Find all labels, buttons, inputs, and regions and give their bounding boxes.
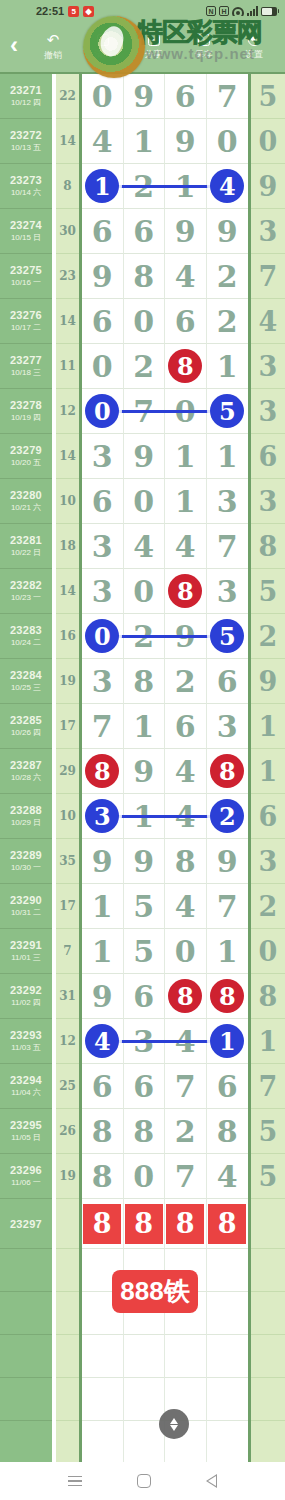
count-cell xyxy=(56,1378,79,1421)
digit-cell[interactable]: 2 xyxy=(207,254,249,299)
tail-digit-cell: 7 xyxy=(251,1064,285,1109)
digit-cell[interactable]: 1 xyxy=(207,1019,249,1064)
issue-cell: 2328710/28 六 xyxy=(0,749,52,794)
digit-cell[interactable]: 1 xyxy=(124,119,166,164)
digit-cell[interactable]: 6 xyxy=(207,1064,249,1109)
red-circled-digit: 8 xyxy=(168,574,202,608)
trend-chart-table: 2327110/12 四22096752327210/13 五144190023… xyxy=(0,72,285,1464)
count-cell: 25 xyxy=(56,1064,79,1109)
blue-circled-digit: 5 xyxy=(210,619,244,653)
table-row: 2329211/02 四3196888 xyxy=(0,974,285,1019)
issue-cell: 2327310/14 六 xyxy=(0,164,52,209)
count-cell xyxy=(56,1292,79,1335)
count-cell: 14 xyxy=(56,119,79,164)
digit-cell[interactable] xyxy=(82,1335,124,1378)
count-cell: 35 xyxy=(56,839,79,884)
battery-icon xyxy=(261,7,277,16)
table-row: 2329511/05 日2688285 xyxy=(0,1109,285,1154)
tail-digit-cell: 1 xyxy=(251,1019,285,1064)
count-cell xyxy=(56,1249,79,1292)
tail-digit-cell: 2 xyxy=(251,884,285,929)
tail-digit-cell xyxy=(251,1292,285,1335)
tail-digit-cell: 6 xyxy=(251,794,285,839)
count-cell: 17 xyxy=(56,884,79,929)
digit-cell[interactable]: 5 xyxy=(207,614,249,659)
issue-cell: 2327810/19 四 xyxy=(0,389,52,434)
undo-button[interactable]: ↶ 撤销 xyxy=(36,32,70,62)
digit-cell[interactable]: 7 xyxy=(82,704,124,749)
digit-cell[interactable] xyxy=(82,1421,124,1464)
table-row: 2329010/31 二1715472 xyxy=(0,884,285,929)
table-row: 2327810/19 四1207053 xyxy=(0,389,285,434)
tail-digit-cell: 4 xyxy=(251,299,285,344)
digit-cell[interactable] xyxy=(207,1421,249,1464)
digit-cell[interactable]: 8 xyxy=(207,749,249,794)
issue-cell: 23297 xyxy=(0,1199,52,1249)
count-cell: 10 xyxy=(56,479,79,524)
count-cell: 12 xyxy=(56,389,79,434)
digit-cell[interactable]: 6 xyxy=(124,974,166,1019)
digit-cell[interactable]: 6 xyxy=(165,704,207,749)
digit-cell[interactable]: 7 xyxy=(207,884,249,929)
blue-connector-line xyxy=(103,1040,227,1043)
table-row: 2328010/21 六1060133 xyxy=(0,479,285,524)
digit-cell[interactable]: 9 xyxy=(124,434,166,479)
issue-cell: 2329111/01 三 xyxy=(0,929,52,974)
tail-digit-cell: 7 xyxy=(251,254,285,299)
table-row: 2327510/16 一2398427 xyxy=(0,254,285,299)
digit-cell[interactable]: 6 xyxy=(82,479,124,524)
table-row: 2327610/17 二1460624 xyxy=(0,299,285,344)
blue-circled-digit: 0 xyxy=(85,619,119,653)
count-cell: 8 xyxy=(56,164,79,209)
digit-cell[interactable] xyxy=(82,1378,124,1421)
digit-cell[interactable]: 4 xyxy=(207,1154,249,1199)
red-square-digit: 8 xyxy=(125,1204,163,1244)
tail-digit-cell: 3 xyxy=(251,839,285,884)
digit-cell[interactable]: 4 xyxy=(82,119,124,164)
digit-cell[interactable]: 8 xyxy=(207,1109,249,1154)
count-cell xyxy=(56,1421,79,1464)
digit-cell[interactable]: 8 xyxy=(165,1199,207,1249)
digit-cell[interactable]: 2 xyxy=(165,659,207,704)
table-row: 2329411/04 六2566767 xyxy=(0,1064,285,1109)
red-circled-digit: 8 xyxy=(210,979,244,1013)
blue-connector-line xyxy=(103,815,227,818)
undo-icon: ↶ xyxy=(47,32,60,47)
digit-cell[interactable]: 8 xyxy=(124,1109,166,1154)
count-cell xyxy=(56,1335,79,1378)
digit-cell[interactable]: 4 xyxy=(165,884,207,929)
count-cell: 26 xyxy=(56,1109,79,1154)
tail-digit-cell: 3 xyxy=(251,479,285,524)
digit-cell[interactable]: 5 xyxy=(124,884,166,929)
digit-cell[interactable]: 8 xyxy=(207,974,249,1019)
red-circled-digit: 8 xyxy=(85,754,119,788)
digit-cell[interactable]: 1 xyxy=(82,929,124,974)
scroll-down-icon xyxy=(170,1425,178,1431)
notification-icon-2: ◆ xyxy=(83,6,94,17)
digit-cell[interactable]: 4 xyxy=(124,524,166,569)
digit-cell[interactable]: 4 xyxy=(82,1019,124,1064)
digit-cell[interactable]: 1 xyxy=(207,434,249,479)
issue-cell: 2329511/05 日 xyxy=(0,1109,52,1154)
digit-cell[interactable]: 6 xyxy=(82,299,124,344)
issue-cell: 2328810/29 日 xyxy=(0,794,52,839)
tail-digit-cell: 8 xyxy=(251,524,285,569)
count-cell xyxy=(56,1199,79,1249)
scroll-handle[interactable] xyxy=(159,1409,189,1439)
digit-cell[interactable]: 4 xyxy=(165,524,207,569)
count-cell: 10 xyxy=(56,794,79,839)
blue-connector-line xyxy=(103,185,227,188)
empty-row xyxy=(0,1335,285,1378)
digit-cell[interactable]: 4 xyxy=(165,749,207,794)
digit-cell[interactable]: 0 xyxy=(82,614,124,659)
digit-cell[interactable]: 3 xyxy=(207,704,249,749)
issue-cell: 2327610/17 二 xyxy=(0,299,52,344)
table-row: 2328810/29 日1031426 xyxy=(0,794,285,839)
digit-cell[interactable]: 9 xyxy=(207,839,249,884)
digit-cell[interactable]: 8 xyxy=(124,659,166,704)
digit-cell[interactable]: 6 xyxy=(82,1064,124,1109)
digit-cell[interactable]: 3 xyxy=(82,659,124,704)
blue-circled-digit: 4 xyxy=(210,169,244,203)
site-url-watermark: www.tqcp.net xyxy=(146,45,255,62)
issue-cell: 2328210/23 一 xyxy=(0,569,52,614)
count-cell: 16 xyxy=(56,614,79,659)
tail-digit-cell: 6 xyxy=(251,434,285,479)
digit-cell[interactable]: 1 xyxy=(82,164,124,209)
count-cell: 14 xyxy=(56,299,79,344)
blue-circled-digit: 5 xyxy=(210,394,244,428)
issue-cell xyxy=(0,1292,52,1335)
blue-circled-digit: 4 xyxy=(85,1024,119,1058)
digit-cell[interactable]: 1 xyxy=(207,929,249,974)
digit-cell[interactable]: 8 xyxy=(82,749,124,794)
issue-cell xyxy=(0,1421,52,1464)
tail-digit-cell: 9 xyxy=(251,164,285,209)
tail-digit-cell: 5 xyxy=(251,74,285,119)
digit-cell[interactable]: 3 xyxy=(82,524,124,569)
tail-digit-cell: 5 xyxy=(251,569,285,614)
digit-cell[interactable]: 9 xyxy=(165,119,207,164)
digit-cell[interactable]: 6 xyxy=(165,299,207,344)
tail-digit-cell: 5 xyxy=(251,1154,285,1199)
digit-cell[interactable]: 4 xyxy=(207,164,249,209)
tail-digit-cell: 0 xyxy=(251,119,285,164)
digit-cell[interactable] xyxy=(207,1378,249,1421)
digit-cell[interactable]: 7 xyxy=(165,1064,207,1109)
digit-cell[interactable]: 1 xyxy=(165,434,207,479)
empty-row xyxy=(0,1378,285,1421)
digit-cell[interactable]: 7 xyxy=(165,1154,207,1199)
nav-back-button[interactable] xyxy=(206,1474,217,1488)
empty-row xyxy=(0,1421,285,1464)
issue-cell: 2327110/12 四 xyxy=(0,74,52,119)
digit-cell[interactable]: 0 xyxy=(207,119,249,164)
issue-cell: 2328310/24 二 xyxy=(0,614,52,659)
table-row: 2328110/22 日1834478 xyxy=(0,524,285,569)
table-row: 2328410/25 三1938269 xyxy=(0,659,285,704)
digit-cell[interactable]: 8 xyxy=(124,254,166,299)
tail-digit-cell: 3 xyxy=(251,389,285,434)
count-cell: 7 xyxy=(56,929,79,974)
table-row: 2327110/12 四2209675 xyxy=(0,74,285,119)
digit-cell[interactable] xyxy=(124,1378,166,1421)
digit-cell[interactable]: 8 xyxy=(165,569,207,614)
tail-digit-cell: 1 xyxy=(251,704,285,749)
digit-cell[interactable]: 3 xyxy=(82,794,124,839)
digit-cell[interactable]: 0 xyxy=(82,389,124,434)
count-cell: 31 xyxy=(56,974,79,1019)
red-square-digit: 8 xyxy=(166,1204,204,1244)
digit-cell[interactable]: 3 xyxy=(82,569,124,614)
digit-cell[interactable]: 8 xyxy=(165,839,207,884)
count-cell: 19 xyxy=(56,1154,79,1199)
count-cell: 12 xyxy=(56,1019,79,1064)
tail-digit-cell: 5 xyxy=(251,1109,285,1154)
count-cell: 29 xyxy=(56,749,79,794)
clock: 22:51 xyxy=(36,5,64,17)
tail-digit-cell: 8 xyxy=(251,974,285,1019)
digit-cell[interactable]: 9 xyxy=(207,209,249,254)
table-row: 2328310/24 二1602952 xyxy=(0,614,285,659)
scroll-up-icon xyxy=(170,1418,178,1424)
digit-cell[interactable]: 3 xyxy=(207,479,249,524)
digit-cell[interactable]: 1 xyxy=(82,884,124,929)
digit-cell[interactable]: 3 xyxy=(82,434,124,479)
digit-cell[interactable] xyxy=(207,1249,249,1292)
digit-cell[interactable]: 0 xyxy=(82,74,124,119)
tail-digit-cell xyxy=(251,1421,285,1464)
count-cell: 14 xyxy=(56,434,79,479)
table-row: 2329311/03 五1243411 xyxy=(0,1019,285,1064)
digit-cell[interactable]: 7 xyxy=(207,74,249,119)
count-cell: 17 xyxy=(56,704,79,749)
digit-cell[interactable] xyxy=(165,1335,207,1378)
digit-cell[interactable] xyxy=(207,1335,249,1378)
digit-cell[interactable]: 3 xyxy=(207,569,249,614)
issue-cell xyxy=(0,1335,52,1378)
table-row: 2327410/15 日3066993 xyxy=(0,209,285,254)
digit-cell[interactable]: 0 xyxy=(124,479,166,524)
issue-cell: 2328510/26 四 xyxy=(0,704,52,749)
blue-circled-digit: 1 xyxy=(85,169,119,203)
table-row: 2329611/06 一1980745 xyxy=(0,1154,285,1199)
table-row: 2327710/18 三1102813 xyxy=(0,344,285,389)
table-row: 2328210/23 一1430835 xyxy=(0,569,285,614)
blue-connector-line xyxy=(103,410,227,413)
issue-cell: 2328910/30 一 xyxy=(0,839,52,884)
count-cell: 18 xyxy=(56,524,79,569)
digit-cell[interactable]: 8 xyxy=(165,974,207,1019)
issue-cell: 2329611/06 一 xyxy=(0,1154,52,1199)
count-cell: 22 xyxy=(56,74,79,119)
tail-digit-cell: 0 xyxy=(251,929,285,974)
digit-cell[interactable]: 2 xyxy=(124,344,166,389)
site-logo-watermark xyxy=(83,16,145,78)
issue-cell xyxy=(0,1249,52,1292)
blue-circled-digit: 3 xyxy=(85,799,119,833)
issue-cell xyxy=(0,1378,52,1421)
table-row: 2327210/13 五1441900 xyxy=(0,119,285,164)
digit-cell[interactable]: 7 xyxy=(207,524,249,569)
digit-cell[interactable]: 9 xyxy=(124,839,166,884)
red-square-digit: 8 xyxy=(83,1204,121,1244)
issue-cell: 2329311/03 五 xyxy=(0,1019,52,1064)
count-cell: 23 xyxy=(56,254,79,299)
digit-cell[interactable]: 6 xyxy=(207,659,249,704)
digit-cell[interactable]: 6 xyxy=(82,209,124,254)
digit-cell[interactable]: 9 xyxy=(82,254,124,299)
digit-cell[interactable]: 9 xyxy=(82,974,124,1019)
digit-cell[interactable] xyxy=(207,1292,249,1335)
digit-cell[interactable]: 0 xyxy=(165,929,207,974)
tail-digit-cell: 3 xyxy=(251,344,285,389)
digit-cell[interactable]: 1 xyxy=(124,704,166,749)
tail-digit-cell xyxy=(251,1249,285,1292)
count-cell: 19 xyxy=(56,659,79,704)
android-nav-bar xyxy=(0,1462,285,1500)
issue-cell: 2328110/22 日 xyxy=(0,524,52,569)
table-row: 2327910/20 五1439116 xyxy=(0,434,285,479)
count-cell: 11 xyxy=(56,344,79,389)
issue-cell: 2329211/02 四 xyxy=(0,974,52,1019)
digit-cell[interactable]: 6 xyxy=(124,1064,166,1109)
digit-cell[interactable]: 9 xyxy=(165,209,207,254)
issue-cell: 2328410/25 三 xyxy=(0,659,52,704)
menu-button[interactable] xyxy=(68,1476,82,1487)
digit-cell[interactable]: 9 xyxy=(82,839,124,884)
table-row: 2328710/28 六2989481 xyxy=(0,749,285,794)
home-button[interactable] xyxy=(137,1474,151,1488)
issue-cell: 2327210/13 五 xyxy=(0,119,52,164)
digit-cell[interactable]: 9 xyxy=(124,749,166,794)
digit-cell[interactable]: 1 xyxy=(165,479,207,524)
digit-cell[interactable] xyxy=(124,1335,166,1378)
tail-digit-cell: 2 xyxy=(251,614,285,659)
table-row: 2328910/30 一3599893 xyxy=(0,839,285,884)
digit-cell[interactable]: 1 xyxy=(207,344,249,389)
issue-cell: 2328010/21 六 xyxy=(0,479,52,524)
tail-digit-cell xyxy=(251,1199,285,1249)
issue-cell: 2329411/04 六 xyxy=(0,1064,52,1109)
tail-digit-cell: 1 xyxy=(251,749,285,794)
digit-cell[interactable]: 8 xyxy=(165,344,207,389)
issue-cell: 2327910/20 五 xyxy=(0,434,52,479)
issue-cell: 2327410/15 日 xyxy=(0,209,52,254)
digit-cell[interactable]: 5 xyxy=(207,389,249,434)
digit-cell[interactable]: 9 xyxy=(124,74,166,119)
digit-cell[interactable]: 0 xyxy=(124,299,166,344)
table-row: 232978888 xyxy=(0,1199,285,1249)
digit-cell[interactable]: 4 xyxy=(165,254,207,299)
digit-cell[interactable]: 2 xyxy=(207,299,249,344)
count-cell: 14 xyxy=(56,569,79,614)
tail-digit-cell: 3 xyxy=(251,209,285,254)
blue-connector-line xyxy=(103,635,227,638)
red-square-digit: 8 xyxy=(208,1204,246,1244)
digit-cell[interactable]: 6 xyxy=(165,74,207,119)
tail-digit-cell xyxy=(251,1378,285,1421)
digit-cell[interactable]: 8 xyxy=(82,1109,124,1154)
blue-circled-digit: 2 xyxy=(210,799,244,833)
issue-cell: 2327710/18 三 xyxy=(0,344,52,389)
prediction-badge: 888铁 xyxy=(112,1270,198,1313)
blue-circled-digit: 1 xyxy=(210,1024,244,1058)
digit-cell[interactable]: 0 xyxy=(124,1154,166,1199)
issue-cell: 2329010/31 二 xyxy=(0,884,52,929)
table-row: 2328510/26 四1771631 xyxy=(0,704,285,749)
table-row: 2327310/14 六812149 xyxy=(0,164,285,209)
digit-cell[interactable]: 0 xyxy=(124,569,166,614)
table-row: 2329111/01 三715010 xyxy=(0,929,285,974)
back-chevron-icon[interactable]: ‹ xyxy=(0,33,26,61)
tail-digit-cell xyxy=(251,1335,285,1378)
count-cell: 30 xyxy=(56,209,79,254)
red-circled-digit: 8 xyxy=(168,349,202,383)
notification-icon-1: 5 xyxy=(68,6,79,17)
digit-cell[interactable]: 8 xyxy=(124,1199,166,1249)
digit-cell[interactable]: 2 xyxy=(207,794,249,839)
digit-cell[interactable]: 8 xyxy=(82,1154,124,1199)
blue-circled-digit: 0 xyxy=(85,394,119,428)
digit-cell[interactable]: 6 xyxy=(124,209,166,254)
digit-cell[interactable]: 8 xyxy=(82,1199,124,1249)
red-circled-digit: 8 xyxy=(210,754,244,788)
tail-digit-cell: 9 xyxy=(251,659,285,704)
issue-cell: 2327510/16 一 xyxy=(0,254,52,299)
digit-cell[interactable]: 8 xyxy=(207,1199,249,1249)
digit-cell[interactable]: 0 xyxy=(82,344,124,389)
digit-cell[interactable]: 5 xyxy=(124,929,166,974)
digit-cell[interactable]: 2 xyxy=(165,1109,207,1154)
red-circled-digit: 8 xyxy=(168,979,202,1013)
